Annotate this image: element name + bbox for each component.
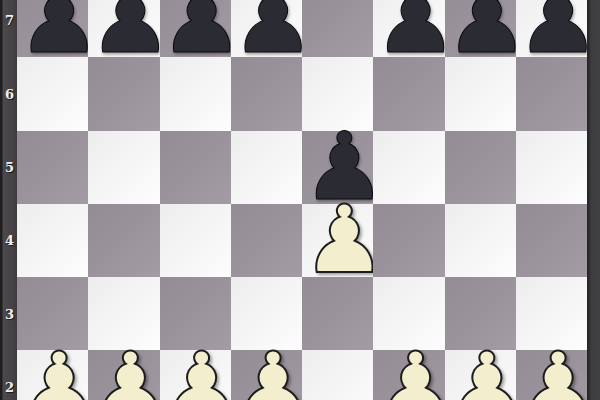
white-pawn[interactable]: ♟ <box>445 340 516 400</box>
white-pawn[interactable]: ♟ <box>302 193 373 287</box>
square-a2[interactable]: ♟ <box>17 350 88 400</box>
rank-label-2: 2 <box>2 379 17 394</box>
square-d7[interactable]: ♟ <box>231 0 302 57</box>
square-h4[interactable] <box>516 204 587 277</box>
square-h6[interactable] <box>516 57 587 130</box>
square-g4[interactable] <box>445 204 516 277</box>
square-a6[interactable] <box>17 57 88 130</box>
square-d2[interactable]: ♟ <box>231 350 302 400</box>
white-pawn[interactable]: ♟ <box>373 340 444 400</box>
square-d6[interactable] <box>231 57 302 130</box>
square-d4[interactable] <box>231 204 302 277</box>
rank-label-6: 6 <box>2 86 17 101</box>
square-d5[interactable] <box>231 131 302 204</box>
square-g5[interactable] <box>445 131 516 204</box>
square-e2[interactable] <box>302 350 373 400</box>
square-g7[interactable]: ♟ <box>445 0 516 57</box>
square-b7[interactable]: ♟ <box>88 0 159 57</box>
chess-board-screenshot: 765432 ♟♟♟♟♟♟♟♟♟♟♟♟♟♟♟♟ <box>0 0 600 400</box>
square-c5[interactable] <box>160 131 231 204</box>
square-b2[interactable]: ♟ <box>88 350 159 400</box>
white-pawn[interactable]: ♟ <box>88 340 159 400</box>
square-e7[interactable] <box>302 0 373 57</box>
rank-label-3: 3 <box>2 306 17 321</box>
square-h5[interactable] <box>516 131 587 204</box>
square-c4[interactable] <box>160 204 231 277</box>
white-pawn[interactable]: ♟ <box>231 340 302 400</box>
square-a5[interactable] <box>17 131 88 204</box>
square-f4[interactable] <box>373 204 444 277</box>
square-h7[interactable]: ♟ <box>516 0 587 57</box>
rank-coordinates-strip: 765432 <box>0 0 17 400</box>
square-c6[interactable] <box>160 57 231 130</box>
square-b6[interactable] <box>88 57 159 130</box>
square-f2[interactable]: ♟ <box>373 350 444 400</box>
square-h2[interactable]: ♟ <box>516 350 587 400</box>
square-b5[interactable] <box>88 131 159 204</box>
chess-board[interactable]: ♟♟♟♟♟♟♟♟♟♟♟♟♟♟♟♟ <box>17 0 587 400</box>
square-c2[interactable]: ♟ <box>160 350 231 400</box>
square-g6[interactable] <box>445 57 516 130</box>
square-c7[interactable]: ♟ <box>160 0 231 57</box>
rank-label-7: 7 <box>2 13 17 28</box>
board-right-edge <box>587 0 600 400</box>
square-a7[interactable]: ♟ <box>17 0 88 57</box>
square-g2[interactable]: ♟ <box>445 350 516 400</box>
rank-label-4: 4 <box>2 233 17 248</box>
square-f7[interactable]: ♟ <box>373 0 444 57</box>
white-pawn[interactable]: ♟ <box>516 340 587 400</box>
rank-label-5: 5 <box>2 160 17 175</box>
white-pawn[interactable]: ♟ <box>160 340 231 400</box>
square-e4[interactable]: ♟ <box>302 204 373 277</box>
square-b4[interactable] <box>88 204 159 277</box>
square-a4[interactable] <box>17 204 88 277</box>
white-pawn[interactable]: ♟ <box>17 340 88 400</box>
